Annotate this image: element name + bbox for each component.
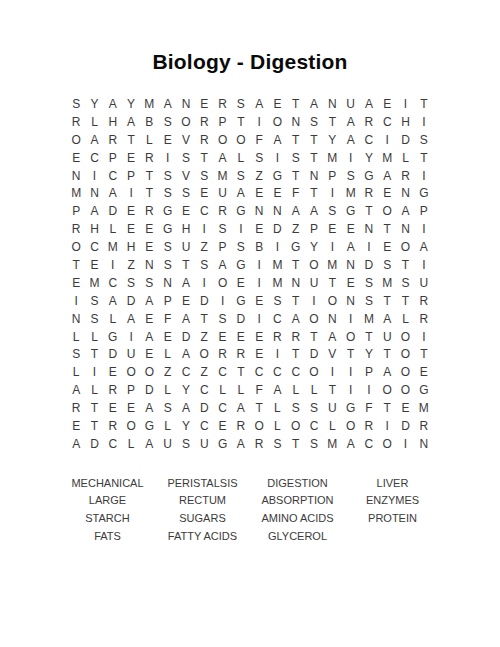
grid-cell: Y bbox=[305, 238, 323, 256]
grid-cell: E bbox=[195, 95, 213, 113]
word-list-item: LIVER bbox=[345, 475, 440, 493]
grid-cell: G bbox=[341, 399, 359, 417]
grid-cell: G bbox=[415, 184, 433, 202]
grid-cell: E bbox=[122, 202, 140, 220]
grid-cell: T bbox=[287, 345, 305, 363]
grid-cell: T bbox=[140, 184, 158, 202]
grid-cell: L bbox=[140, 131, 158, 149]
grid-cell: D bbox=[360, 256, 378, 274]
grid-cell: U bbox=[213, 184, 231, 202]
grid-cell: L bbox=[268, 417, 286, 435]
grid-cell: S bbox=[305, 113, 323, 131]
grid-cell: O bbox=[232, 131, 250, 149]
grid-cell: G bbox=[140, 417, 158, 435]
grid-cell: M bbox=[323, 149, 341, 167]
grid-cell: T bbox=[250, 399, 268, 417]
grid-cell: R bbox=[104, 381, 122, 399]
grid-cell: A bbox=[140, 292, 158, 310]
grid-cell: R bbox=[360, 184, 378, 202]
grid-cell: S bbox=[287, 149, 305, 167]
grid-cell: A bbox=[140, 399, 158, 417]
grid-cell: U bbox=[195, 435, 213, 453]
grid-cell: E bbox=[122, 399, 140, 417]
grid-cell: A bbox=[341, 113, 359, 131]
grid-cell: L bbox=[159, 381, 177, 399]
grid-cell: A bbox=[287, 310, 305, 328]
grid-cell: T bbox=[232, 363, 250, 381]
grid-cell: L bbox=[67, 363, 85, 381]
grid-cell: O bbox=[250, 417, 268, 435]
grid-cell: P bbox=[67, 202, 85, 220]
grid-cell: T bbox=[177, 256, 195, 274]
grid-cell: N bbox=[396, 220, 414, 238]
grid-cell: A bbox=[268, 381, 286, 399]
grid-cell: T bbox=[287, 435, 305, 453]
grid-cell: D bbox=[232, 310, 250, 328]
grid-cell: F bbox=[250, 131, 268, 149]
grid-cell: T bbox=[341, 345, 359, 363]
grid-cell: A bbox=[268, 131, 286, 149]
word-list-item: DIGESTION bbox=[250, 475, 345, 493]
grid-cell: I bbox=[415, 328, 433, 346]
grid-cell: I bbox=[415, 167, 433, 185]
grid-cell: S bbox=[415, 131, 433, 149]
grid-cell: M bbox=[213, 167, 231, 185]
grid-cell: M bbox=[140, 95, 158, 113]
grid-cell: T bbox=[287, 292, 305, 310]
grid-cell: A bbox=[177, 399, 195, 417]
grid-cell: I bbox=[232, 220, 250, 238]
grid-cell: T bbox=[305, 131, 323, 149]
grid-cell: E bbox=[67, 149, 85, 167]
grid-cell: N bbox=[287, 274, 305, 292]
grid-cell: S bbox=[159, 256, 177, 274]
grid-cell: C bbox=[104, 167, 122, 185]
grid-cell: S bbox=[232, 167, 250, 185]
grid-cell: O bbox=[396, 363, 414, 381]
grid-cell: O bbox=[396, 238, 414, 256]
grid-cell: O bbox=[122, 363, 140, 381]
grid-cell: P bbox=[159, 292, 177, 310]
grid-cell: C bbox=[250, 363, 268, 381]
grid-cell: O bbox=[378, 202, 396, 220]
grid-cell: M bbox=[67, 184, 85, 202]
grid-cell: I bbox=[122, 328, 140, 346]
grid-cell: Z bbox=[122, 256, 140, 274]
grid-cell: S bbox=[232, 95, 250, 113]
grid-cell: E bbox=[268, 95, 286, 113]
grid-cell: H bbox=[396, 113, 414, 131]
grid-cell: S bbox=[67, 345, 85, 363]
grid-cell: S bbox=[232, 238, 250, 256]
word-list-item: PERISTALSIS bbox=[155, 475, 250, 493]
grid-cell: S bbox=[213, 310, 231, 328]
grid-cell: S bbox=[67, 95, 85, 113]
grid-cell: A bbox=[250, 95, 268, 113]
grid-cell: C bbox=[85, 149, 103, 167]
grid-cell: Y bbox=[177, 381, 195, 399]
grid-cell: D bbox=[85, 435, 103, 453]
grid-cell: U bbox=[415, 274, 433, 292]
word-list-item: FATS bbox=[60, 528, 155, 546]
grid-cell: L bbox=[85, 381, 103, 399]
grid-cell: E bbox=[378, 184, 396, 202]
grid-cell: R bbox=[104, 417, 122, 435]
word-list-item: FATTY ACIDS bbox=[155, 528, 250, 546]
grid-cell: S bbox=[195, 256, 213, 274]
grid-cell: S bbox=[341, 167, 359, 185]
word-list-column-4: LIVERENZYMESPROTEIN bbox=[345, 475, 440, 545]
grid-cell: O bbox=[396, 328, 414, 346]
grid-cell: R bbox=[213, 345, 231, 363]
grid-cell: S bbox=[268, 292, 286, 310]
grid-cell: C bbox=[195, 381, 213, 399]
grid-cell: A bbox=[323, 328, 341, 346]
grid-cell: S bbox=[177, 435, 195, 453]
grid-cell: G bbox=[232, 202, 250, 220]
grid-cell: P bbox=[305, 220, 323, 238]
grid-cell: E bbox=[67, 417, 85, 435]
grid-cell: B bbox=[140, 113, 158, 131]
grid-cell: A bbox=[378, 363, 396, 381]
grid-cell: I bbox=[378, 417, 396, 435]
grid-cell: A bbox=[378, 310, 396, 328]
grid-cell: A bbox=[232, 184, 250, 202]
grid-cell: T bbox=[85, 399, 103, 417]
grid-cell: E bbox=[250, 184, 268, 202]
grid-cell: R bbox=[396, 167, 414, 185]
grid-cell: L bbox=[85, 328, 103, 346]
word-search-worksheet: Biology - Digestion SYAYMANERSAETANUAEIT… bbox=[0, 0, 500, 647]
grid-cell: T bbox=[195, 310, 213, 328]
grid-cell: C bbox=[85, 238, 103, 256]
grid-cell: T bbox=[232, 113, 250, 131]
grid-cell: E bbox=[67, 274, 85, 292]
grid-cell: P bbox=[122, 167, 140, 185]
grid-cell: E bbox=[177, 292, 195, 310]
grid-cell: L bbox=[159, 417, 177, 435]
grid-cell: S bbox=[287, 399, 305, 417]
grid-cell: T bbox=[305, 328, 323, 346]
word-list-item: RECTUM bbox=[155, 492, 250, 510]
grid-cell: C bbox=[360, 435, 378, 453]
grid-cell: N bbox=[67, 310, 85, 328]
grid-cell: I bbox=[341, 310, 359, 328]
grid-cell: A bbox=[122, 310, 140, 328]
grid-cell: Y bbox=[177, 417, 195, 435]
grid-cell: G bbox=[341, 202, 359, 220]
grid-cell: C bbox=[305, 417, 323, 435]
grid-cell: C bbox=[213, 363, 231, 381]
grid-cell: E bbox=[213, 417, 231, 435]
grid-cell: T bbox=[85, 345, 103, 363]
grid-cell: I bbox=[195, 274, 213, 292]
grid-cell: O bbox=[378, 435, 396, 453]
grid-cell: M bbox=[104, 238, 122, 256]
grid-cell: T bbox=[378, 399, 396, 417]
grid-cell: N bbox=[396, 184, 414, 202]
grid-cell: S bbox=[140, 274, 158, 292]
grid-cell: E bbox=[104, 363, 122, 381]
grid-cell: N bbox=[323, 95, 341, 113]
grid-cell: R bbox=[415, 417, 433, 435]
grid-cell: M bbox=[323, 435, 341, 453]
grid-cell: L bbox=[104, 310, 122, 328]
grid-cell: E bbox=[140, 345, 158, 363]
grid-cell: O bbox=[341, 328, 359, 346]
grid-cell: E bbox=[232, 274, 250, 292]
grid-cell: Z bbox=[195, 238, 213, 256]
grid-cell: P bbox=[213, 113, 231, 131]
grid-cell: C bbox=[213, 399, 231, 417]
grid-cell: I bbox=[213, 292, 231, 310]
grid-cell: N bbox=[85, 184, 103, 202]
grid-cell: T bbox=[305, 149, 323, 167]
grid-cell: Z bbox=[287, 220, 305, 238]
grid-cell: S bbox=[159, 238, 177, 256]
grid-cell: S bbox=[159, 399, 177, 417]
grid-cell: T bbox=[396, 292, 414, 310]
grid-cell: R bbox=[287, 328, 305, 346]
grid-cell: T bbox=[378, 220, 396, 238]
word-list-item: LARGE bbox=[60, 492, 155, 510]
grid-cell: O bbox=[305, 310, 323, 328]
grid-cell: R bbox=[140, 202, 158, 220]
grid-cell: L bbox=[232, 149, 250, 167]
grid-cell: A bbox=[67, 381, 85, 399]
grid-cell: N bbox=[360, 220, 378, 238]
grid-cell: T bbox=[287, 256, 305, 274]
grid-cell: D bbox=[396, 131, 414, 149]
grid-cell: E bbox=[268, 184, 286, 202]
grid-cell: G bbox=[415, 381, 433, 399]
grid-cell: I bbox=[415, 113, 433, 131]
grid-cell: O bbox=[177, 113, 195, 131]
grid-cell: Z bbox=[195, 363, 213, 381]
grid-cell: A bbox=[140, 435, 158, 453]
grid-cell: A bbox=[177, 345, 195, 363]
grid-cell: E bbox=[323, 220, 341, 238]
grid-cell: I bbox=[396, 435, 414, 453]
grid-cell: G bbox=[159, 220, 177, 238]
grid-cell: M bbox=[415, 399, 433, 417]
grid-cell: F bbox=[287, 184, 305, 202]
grid-cell: S bbox=[122, 274, 140, 292]
grid-cell: L bbox=[396, 149, 414, 167]
grid-cell: N bbox=[250, 202, 268, 220]
grid-cell: O bbox=[378, 381, 396, 399]
grid-cell: E bbox=[104, 399, 122, 417]
grid-cell: O bbox=[195, 345, 213, 363]
grid-cell: C bbox=[287, 363, 305, 381]
grid-cell: I bbox=[415, 256, 433, 274]
grid-cell: P bbox=[415, 202, 433, 220]
grid-cell: D bbox=[396, 417, 414, 435]
grid-cell: I bbox=[268, 149, 286, 167]
grid-cell: L bbox=[323, 417, 341, 435]
word-search-grid: SYAYMANERSAETANUAEITRLHABSORPTIONSTARCHI… bbox=[0, 95, 500, 453]
word-list-item: MECHANICAL bbox=[60, 475, 155, 493]
grid-cell: S bbox=[378, 256, 396, 274]
grid-cell: S bbox=[195, 167, 213, 185]
grid-cell: A bbox=[341, 435, 359, 453]
grid-cell: S bbox=[213, 220, 231, 238]
word-list-item: AMINO ACIDS bbox=[250, 510, 345, 528]
grid-cell: A bbox=[305, 95, 323, 113]
grid-cell: A bbox=[305, 202, 323, 220]
grid-cell: E bbox=[232, 328, 250, 346]
grid-cell: Z bbox=[250, 167, 268, 185]
grid-cell: I bbox=[159, 149, 177, 167]
grid-cell: E bbox=[122, 149, 140, 167]
grid-cell: D bbox=[104, 202, 122, 220]
grid-cell: A bbox=[104, 292, 122, 310]
grid-cell: I bbox=[250, 310, 268, 328]
grid-cell: L bbox=[396, 310, 414, 328]
grid-cell: T bbox=[323, 381, 341, 399]
grid-cell: I bbox=[360, 381, 378, 399]
grid-cell: I bbox=[122, 184, 140, 202]
grid-cell: O bbox=[122, 417, 140, 435]
grid-cell: S bbox=[177, 149, 195, 167]
grid-cell: I bbox=[268, 238, 286, 256]
grid-cell: U bbox=[159, 435, 177, 453]
word-list-column-1: MECHANICALLARGESTARCHFATS bbox=[60, 475, 155, 545]
grid-cell: T bbox=[287, 167, 305, 185]
grid-cell: I bbox=[360, 238, 378, 256]
grid-cell: G bbox=[360, 167, 378, 185]
grid-cell: R bbox=[415, 310, 433, 328]
grid-cell: I bbox=[378, 131, 396, 149]
grid-cell: E bbox=[213, 328, 231, 346]
grid-cell: S bbox=[396, 274, 414, 292]
grid-cell: I bbox=[104, 256, 122, 274]
grid-cell: Y bbox=[360, 345, 378, 363]
grid-cell: C bbox=[104, 435, 122, 453]
grid-cell: G bbox=[104, 328, 122, 346]
word-list: MECHANICALLARGESTARCHFATSPERISTALSISRECT… bbox=[60, 475, 440, 545]
word-list-item: ENZYMES bbox=[345, 492, 440, 510]
grid-cell: E bbox=[159, 131, 177, 149]
grid-cell: B bbox=[250, 238, 268, 256]
grid-cell: M bbox=[378, 149, 396, 167]
grid-cell: A bbox=[232, 399, 250, 417]
grid-cell: N bbox=[305, 167, 323, 185]
grid-cell: M bbox=[268, 256, 286, 274]
grid-cell: T bbox=[287, 131, 305, 149]
grid-cell: G bbox=[159, 202, 177, 220]
grid-cell: L bbox=[67, 328, 85, 346]
grid-cell: E bbox=[378, 238, 396, 256]
grid-cell: A bbox=[341, 131, 359, 149]
grid-cell: O bbox=[396, 381, 414, 399]
grid-cell: F bbox=[250, 381, 268, 399]
grid-cell: R bbox=[67, 399, 85, 417]
grid-cell: A bbox=[85, 131, 103, 149]
grid-cell: T bbox=[360, 328, 378, 346]
grid-cell: S bbox=[85, 310, 103, 328]
grid-cell: O bbox=[305, 363, 323, 381]
grid-cell: S bbox=[360, 292, 378, 310]
grid-cell: A bbox=[341, 238, 359, 256]
word-list-item: SUGARS bbox=[155, 510, 250, 528]
grid-cell: E bbox=[250, 328, 268, 346]
grid-cell: T bbox=[378, 345, 396, 363]
grid-cell: A bbox=[85, 202, 103, 220]
grid-cell: M bbox=[360, 310, 378, 328]
grid-cell: S bbox=[159, 184, 177, 202]
grid-cell: D bbox=[177, 328, 195, 346]
grid-cell: D bbox=[104, 345, 122, 363]
grid-cell: D bbox=[195, 292, 213, 310]
grid-cell: C bbox=[268, 363, 286, 381]
grid-cell: A bbox=[177, 310, 195, 328]
grid-cell: G bbox=[213, 435, 231, 453]
grid-cell: V bbox=[323, 345, 341, 363]
grid-cell: S bbox=[177, 184, 195, 202]
grid-cell: H bbox=[104, 113, 122, 131]
grid-cell: E bbox=[159, 328, 177, 346]
grid-cell: G bbox=[232, 292, 250, 310]
grid-cell: H bbox=[177, 220, 195, 238]
word-list-column-3: DIGESTIONABSORPTIONAMINO ACIDSGLYCEROL bbox=[250, 475, 345, 545]
grid-cell: C bbox=[268, 310, 286, 328]
grid-cell: M bbox=[378, 274, 396, 292]
grid-cell: P bbox=[104, 149, 122, 167]
grid-cell: U bbox=[323, 399, 341, 417]
grid-cell: R bbox=[213, 202, 231, 220]
grid-cell: L bbox=[159, 345, 177, 363]
grid-cell: R bbox=[360, 417, 378, 435]
grid-cell: A bbox=[122, 113, 140, 131]
page-title: Biology - Digestion bbox=[0, 0, 500, 73]
grid-cell: C bbox=[360, 131, 378, 149]
grid-cell: D bbox=[122, 292, 140, 310]
grid-cell: I bbox=[396, 95, 414, 113]
grid-cell: R bbox=[195, 131, 213, 149]
grid-cell: A bbox=[232, 435, 250, 453]
grid-cell: A bbox=[104, 184, 122, 202]
grid-cell: O bbox=[67, 131, 85, 149]
grid-cell: I bbox=[67, 292, 85, 310]
grid-cell: I bbox=[85, 363, 103, 381]
grid-cell: E bbox=[250, 220, 268, 238]
grid-cell: R bbox=[140, 149, 158, 167]
grid-cell: U bbox=[378, 328, 396, 346]
grid-cell: H bbox=[85, 220, 103, 238]
word-list-item: GLYCEROL bbox=[250, 528, 345, 546]
grid-cell: N bbox=[323, 310, 341, 328]
grid-cell: H bbox=[122, 238, 140, 256]
grid-cell: E bbox=[378, 95, 396, 113]
grid-cell: L bbox=[268, 399, 286, 417]
grid-cell: G bbox=[232, 256, 250, 274]
grid-cell: T bbox=[323, 274, 341, 292]
grid-cell: L bbox=[213, 381, 231, 399]
grid-cell: P bbox=[323, 167, 341, 185]
grid-cell: I bbox=[341, 149, 359, 167]
grid-cell: S bbox=[305, 399, 323, 417]
grid-cell: I bbox=[323, 363, 341, 381]
grid-cell: T bbox=[323, 113, 341, 131]
grid-cell: Y bbox=[323, 131, 341, 149]
grid-cell: I bbox=[250, 113, 268, 131]
grid-cell: V bbox=[177, 131, 195, 149]
grid-cell: T bbox=[415, 95, 433, 113]
grid-cell: S bbox=[360, 274, 378, 292]
grid-cell: N bbox=[159, 274, 177, 292]
grid-cell: D bbox=[305, 345, 323, 363]
